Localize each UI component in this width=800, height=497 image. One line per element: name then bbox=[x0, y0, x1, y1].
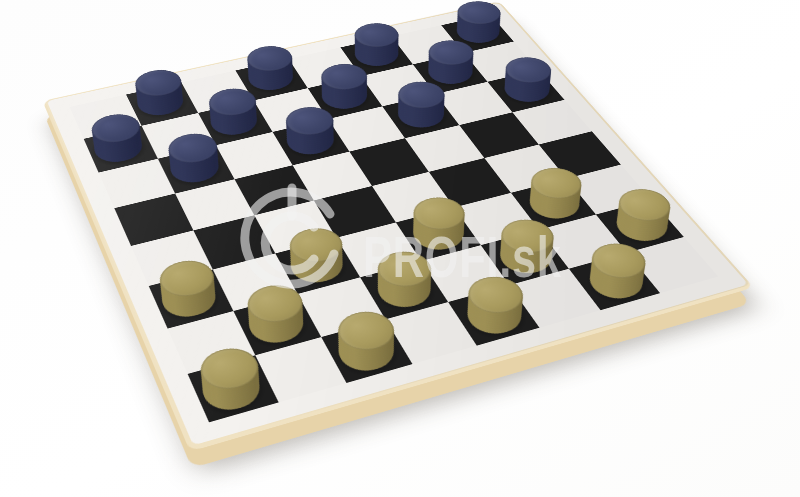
product-photo-stage: PROFI.sk bbox=[0, 0, 800, 497]
checkers-board bbox=[45, 2, 752, 448]
